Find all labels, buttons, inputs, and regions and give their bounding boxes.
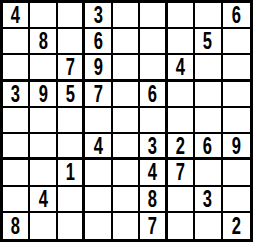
cell-r4c5[interactable]: [113, 82, 140, 108]
cell-r3c6[interactable]: [140, 55, 167, 81]
given-digit: 9: [39, 82, 48, 106]
cell-r3c2[interactable]: [30, 55, 57, 81]
given-digit: 5: [203, 29, 212, 53]
cell-r2c9[interactable]: [223, 29, 250, 55]
cell-r3c4[interactable]: 9: [85, 55, 112, 81]
given-digit: 8: [148, 187, 157, 211]
cell-r5c2[interactable]: [30, 108, 57, 134]
cell-r1c3[interactable]: [58, 3, 85, 29]
cell-r7c4[interactable]: [85, 160, 112, 186]
given-digit: 4: [176, 55, 185, 79]
cell-r1c5[interactable]: [113, 3, 140, 29]
cell-r3c5[interactable]: [113, 55, 140, 81]
cell-r6c5[interactable]: [113, 134, 140, 160]
cell-r2c1[interactable]: [3, 29, 30, 55]
given-digit: 8: [39, 29, 48, 53]
given-digit: 4: [148, 160, 157, 184]
cell-r9c9[interactable]: 2: [223, 213, 250, 239]
cell-r5c9[interactable]: [223, 108, 250, 134]
given-digit: 2: [232, 214, 241, 238]
cell-r5c5[interactable]: [113, 108, 140, 134]
cell-r6c4[interactable]: 4: [85, 134, 112, 160]
cell-r1c2[interactable]: [30, 3, 57, 29]
cell-r4c9[interactable]: [223, 82, 250, 108]
cell-r9c6[interactable]: 7: [140, 213, 167, 239]
cell-r8c5[interactable]: [113, 187, 140, 213]
cell-r2c2[interactable]: 8: [30, 29, 57, 55]
given-digit: 7: [93, 82, 102, 106]
cell-r6c3[interactable]: [58, 134, 85, 160]
given-digit: 6: [93, 29, 102, 53]
given-digit: 4: [11, 3, 20, 27]
given-digit: 9: [232, 134, 241, 158]
cell-r6c1[interactable]: [3, 134, 30, 160]
given-digit: 4: [93, 134, 102, 158]
cell-r2c6[interactable]: [140, 29, 167, 55]
cell-r4c6[interactable]: 6: [140, 82, 167, 108]
cell-r5c6[interactable]: [140, 108, 167, 134]
given-digit: 6: [148, 82, 157, 106]
cell-r9c7[interactable]: [168, 213, 195, 239]
given-digit: 3: [11, 82, 20, 106]
sudoku-board: 4368657943957643269147483872: [0, 0, 253, 242]
cell-r8c4[interactable]: [85, 187, 112, 213]
cell-r9c1[interactable]: 8: [3, 213, 30, 239]
cell-r8c9[interactable]: [223, 187, 250, 213]
cell-r4c8[interactable]: [195, 82, 222, 108]
given-digit: 7: [65, 55, 74, 79]
given-digit: 1: [65, 160, 74, 184]
given-digit: 3: [148, 134, 157, 158]
sudoku-puzzle: 4368657943957643269147483872: [0, 0, 253, 242]
cell-r8c7[interactable]: [168, 187, 195, 213]
given-digit: 7: [176, 160, 185, 184]
cell-r5c1[interactable]: [3, 108, 30, 134]
cell-r8c2[interactable]: 4: [30, 187, 57, 213]
given-digit: 8: [11, 214, 20, 238]
cell-r8c8[interactable]: 3: [195, 187, 222, 213]
cell-r7c6[interactable]: 4: [140, 160, 167, 186]
cell-r7c3[interactable]: 1: [58, 160, 85, 186]
cell-r7c8[interactable]: [195, 160, 222, 186]
cell-r7c7[interactable]: 7: [168, 160, 195, 186]
given-digit: 6: [203, 134, 212, 158]
cell-r1c1[interactable]: 4: [3, 3, 30, 29]
given-digit: 2: [176, 134, 185, 158]
cell-r1c7[interactable]: [168, 3, 195, 29]
cell-r1c6[interactable]: [140, 3, 167, 29]
cell-r6c7[interactable]: 2: [168, 134, 195, 160]
cell-r9c8[interactable]: [195, 213, 222, 239]
cell-r3c9[interactable]: [223, 55, 250, 81]
cell-r5c3[interactable]: [58, 108, 85, 134]
cell-r1c9[interactable]: 6: [223, 3, 250, 29]
cell-r2c5[interactable]: [113, 29, 140, 55]
cell-r7c5[interactable]: [113, 160, 140, 186]
cell-r7c2[interactable]: [30, 160, 57, 186]
given-digit: 7: [148, 214, 157, 238]
cell-r8c1[interactable]: [3, 187, 30, 213]
cell-r4c7[interactable]: [168, 82, 195, 108]
cell-r4c4[interactable]: 7: [85, 82, 112, 108]
given-digit: 3: [93, 3, 102, 27]
given-digit: 3: [203, 187, 212, 211]
cell-r3c1[interactable]: [3, 55, 30, 81]
cell-r3c7[interactable]: 4: [168, 55, 195, 81]
cell-r6c8[interactable]: 6: [195, 134, 222, 160]
cell-r9c2[interactable]: [30, 213, 57, 239]
cell-r7c9[interactable]: [223, 160, 250, 186]
cell-r2c7[interactable]: [168, 29, 195, 55]
cell-r2c8[interactable]: 5: [195, 29, 222, 55]
cell-r4c1[interactable]: 3: [3, 82, 30, 108]
cell-r2c4[interactable]: 6: [85, 29, 112, 55]
cell-r7c1[interactable]: [3, 160, 30, 186]
cell-r8c6[interactable]: 8: [140, 187, 167, 213]
cell-r9c4[interactable]: [85, 213, 112, 239]
cell-r5c4[interactable]: [85, 108, 112, 134]
cell-r9c3[interactable]: [58, 213, 85, 239]
cell-r6c6[interactable]: 3: [140, 134, 167, 160]
cell-r9c5[interactable]: [113, 213, 140, 239]
cell-r2c3[interactable]: [58, 29, 85, 55]
cell-r8c3[interactable]: [58, 187, 85, 213]
given-digit: 9: [93, 55, 102, 79]
cell-r6c2[interactable]: [30, 134, 57, 160]
cell-r4c2[interactable]: 9: [30, 82, 57, 108]
cell-r3c8[interactable]: [195, 55, 222, 81]
cell-r5c8[interactable]: [195, 108, 222, 134]
cell-r3c3[interactable]: 7: [58, 55, 85, 81]
cell-r1c8[interactable]: [195, 3, 222, 29]
cell-r5c7[interactable]: [168, 108, 195, 134]
given-digit: 5: [65, 82, 74, 106]
cell-r6c9[interactable]: 9: [223, 134, 250, 160]
cell-r1c4[interactable]: 3: [85, 3, 112, 29]
cell-r4c3[interactable]: 5: [58, 82, 85, 108]
given-digit: 6: [232, 3, 241, 27]
given-digit: 4: [39, 187, 48, 211]
